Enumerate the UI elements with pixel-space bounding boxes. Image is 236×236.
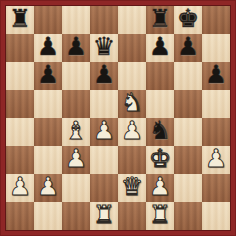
square-f6[interactable]: [146, 62, 174, 90]
square-d7[interactable]: ♛: [90, 34, 118, 62]
chess-board: ♜♜♚♟♟♛♟♟♟♟♟♞♝♟♟♞♟♚♟♟♟♛♟♜♜: [6, 6, 230, 230]
black-pawn-d6: ♟: [93, 61, 115, 89]
square-f8[interactable]: ♜: [146, 6, 174, 34]
square-e4[interactable]: ♟: [118, 118, 146, 146]
square-e7[interactable]: [118, 34, 146, 62]
square-c3[interactable]: ♟: [62, 146, 90, 174]
square-e6[interactable]: [118, 62, 146, 90]
white-pawn-a2: ♟: [9, 173, 31, 201]
square-f1[interactable]: ♜: [146, 202, 174, 230]
chess-board-frame: ♜♜♚♟♟♛♟♟♟♟♟♞♝♟♟♞♟♚♟♟♟♛♟♜♜: [0, 0, 236, 236]
square-d5[interactable]: [90, 90, 118, 118]
white-bishop-c4: ♝: [65, 117, 87, 145]
square-e5[interactable]: ♞: [118, 90, 146, 118]
white-pawn-f2: ♟: [149, 173, 171, 201]
square-g3[interactable]: [174, 146, 202, 174]
square-b3[interactable]: [34, 146, 62, 174]
square-d3[interactable]: [90, 146, 118, 174]
square-e2[interactable]: ♛: [118, 174, 146, 202]
square-a6[interactable]: [6, 62, 34, 90]
square-a3[interactable]: [6, 146, 34, 174]
square-g6[interactable]: [174, 62, 202, 90]
square-e3[interactable]: [118, 146, 146, 174]
square-h7[interactable]: [202, 34, 230, 62]
black-pawn-b7: ♟: [37, 33, 59, 61]
black-pawn-f7: ♟: [149, 33, 171, 61]
black-queen-d7: ♛: [93, 33, 115, 61]
square-a4[interactable]: [6, 118, 34, 146]
square-c2[interactable]: [62, 174, 90, 202]
black-pawn-g7: ♟: [177, 33, 199, 61]
square-c6[interactable]: [62, 62, 90, 90]
square-c5[interactable]: [62, 90, 90, 118]
square-g4[interactable]: [174, 118, 202, 146]
square-c1[interactable]: [62, 202, 90, 230]
square-d1[interactable]: ♜: [90, 202, 118, 230]
square-e8[interactable]: [118, 6, 146, 34]
square-h4[interactable]: [202, 118, 230, 146]
square-b4[interactable]: [34, 118, 62, 146]
square-h8[interactable]: [202, 6, 230, 34]
square-b1[interactable]: [34, 202, 62, 230]
white-pawn-e4: ♟: [121, 117, 143, 145]
white-queen-e2: ♛: [121, 173, 143, 201]
square-b8[interactable]: [34, 6, 62, 34]
square-b2[interactable]: ♟: [34, 174, 62, 202]
square-b5[interactable]: [34, 90, 62, 118]
black-rook-f8: ♜: [149, 5, 171, 33]
square-a2[interactable]: ♟: [6, 174, 34, 202]
square-c7[interactable]: ♟: [62, 34, 90, 62]
square-a8[interactable]: ♜: [6, 6, 34, 34]
square-g1[interactable]: [174, 202, 202, 230]
square-a7[interactable]: [6, 34, 34, 62]
square-d6[interactable]: ♟: [90, 62, 118, 90]
black-pawn-h6: ♟: [205, 61, 227, 89]
square-b6[interactable]: ♟: [34, 62, 62, 90]
square-h3[interactable]: ♟: [202, 146, 230, 174]
square-f4[interactable]: ♞: [146, 118, 174, 146]
square-a1[interactable]: [6, 202, 34, 230]
white-rook-d1: ♜: [93, 201, 115, 229]
white-pawn-h3: ♟: [205, 145, 227, 173]
square-h6[interactable]: ♟: [202, 62, 230, 90]
white-king-f3: ♚: [149, 145, 171, 173]
black-king-g8: ♚: [177, 5, 199, 33]
square-d2[interactable]: [90, 174, 118, 202]
white-rook-f1: ♜: [149, 201, 171, 229]
white-knight-e5: ♞: [121, 89, 143, 117]
white-pawn-c3: ♟: [65, 145, 87, 173]
square-f5[interactable]: [146, 90, 174, 118]
square-d8[interactable]: [90, 6, 118, 34]
white-pawn-d4: ♟: [93, 117, 115, 145]
square-g2[interactable]: [174, 174, 202, 202]
square-c4[interactable]: ♝: [62, 118, 90, 146]
square-b7[interactable]: ♟: [34, 34, 62, 62]
square-f2[interactable]: ♟: [146, 174, 174, 202]
square-g5[interactable]: [174, 90, 202, 118]
square-g8[interactable]: ♚: [174, 6, 202, 34]
square-d4[interactable]: ♟: [90, 118, 118, 146]
square-g7[interactable]: ♟: [174, 34, 202, 62]
black-pawn-c7: ♟: [65, 33, 87, 61]
square-a5[interactable]: [6, 90, 34, 118]
square-h5[interactable]: [202, 90, 230, 118]
black-pawn-b6: ♟: [37, 61, 59, 89]
black-rook-a8: ♜: [9, 5, 31, 33]
white-pawn-b2: ♟: [37, 173, 59, 201]
black-knight-f4: ♞: [149, 117, 171, 145]
square-e1[interactable]: [118, 202, 146, 230]
square-f3[interactable]: ♚: [146, 146, 174, 174]
square-c8[interactable]: [62, 6, 90, 34]
square-h2[interactable]: [202, 174, 230, 202]
square-f7[interactable]: ♟: [146, 34, 174, 62]
square-h1[interactable]: [202, 202, 230, 230]
